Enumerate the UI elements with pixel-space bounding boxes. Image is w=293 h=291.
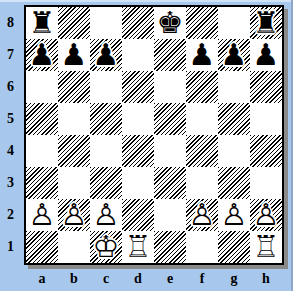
square-a8[interactable]: ♜ [26, 7, 58, 39]
file-label-b: b [58, 269, 90, 289]
square-g1[interactable] [218, 231, 250, 263]
square-c8[interactable] [90, 7, 122, 39]
square-f8[interactable] [186, 7, 218, 39]
white-rook-icon: ♜ [250, 231, 282, 263]
square-d4[interactable] [122, 135, 154, 167]
white-king-outline-icon: ♔ [90, 231, 122, 263]
square-h2[interactable]: ♟♙ [250, 199, 282, 231]
white-pawn-b2[interactable]: ♟♙ [58, 199, 90, 231]
square-h7[interactable]: ♟ [250, 39, 282, 71]
white-pawn-icon: ♟ [26, 199, 58, 231]
file-label-c: c [90, 269, 122, 289]
frame-right-shade [291, 0, 293, 291]
black-pawn-b7[interactable]: ♟ [58, 39, 90, 71]
square-h6[interactable] [250, 71, 282, 103]
square-g3[interactable] [218, 167, 250, 199]
square-e3[interactable] [154, 167, 186, 199]
square-h1[interactable]: ♜♖ [250, 231, 282, 263]
rank-label-6: 6 [0, 71, 21, 103]
black-pawn-icon: ♟ [218, 39, 250, 71]
square-e1[interactable] [154, 231, 186, 263]
square-a7[interactable]: ♟ [26, 39, 58, 71]
square-a4[interactable] [26, 135, 58, 167]
square-a6[interactable] [26, 71, 58, 103]
black-pawn-icon: ♟ [186, 39, 218, 71]
white-pawn-f2[interactable]: ♟♙ [186, 199, 218, 231]
black-rook-a8[interactable]: ♜ [26, 7, 58, 39]
file-label-e: e [154, 269, 186, 289]
square-e5[interactable] [154, 103, 186, 135]
white-rook-h1[interactable]: ♜♖ [250, 231, 282, 263]
white-pawn-c2[interactable]: ♟♙ [90, 199, 122, 231]
rank-label-8: 8 [0, 7, 21, 39]
white-pawn-g2[interactable]: ♟♙ [218, 199, 250, 231]
square-b1[interactable] [58, 231, 90, 263]
square-c7[interactable]: ♟ [90, 39, 122, 71]
rank-label-3: 3 [0, 167, 21, 199]
square-f3[interactable] [186, 167, 218, 199]
file-label-h: h [250, 269, 282, 289]
square-d1[interactable]: ♜♖ [122, 231, 154, 263]
square-h4[interactable] [250, 135, 282, 167]
black-king-icon: ♚ [154, 7, 186, 39]
square-b5[interactable] [58, 103, 90, 135]
square-d2[interactable] [122, 199, 154, 231]
square-h8[interactable]: ♜ [250, 7, 282, 39]
white-rook-outline-icon: ♖ [250, 231, 282, 263]
rank-label-7: 7 [0, 39, 21, 71]
square-d3[interactable] [122, 167, 154, 199]
white-king-icon: ♚ [90, 231, 122, 263]
file-label-g: g [218, 269, 250, 289]
black-pawn-icon: ♟ [26, 39, 58, 71]
square-c1[interactable]: ♚♔ [90, 231, 122, 263]
white-pawn-icon: ♟ [186, 199, 218, 231]
rank-label-4: 4 [0, 135, 21, 167]
square-h3[interactable] [250, 167, 282, 199]
white-rook-d1[interactable]: ♜♖ [122, 231, 154, 263]
white-pawn-a2[interactable]: ♟♙ [26, 199, 58, 231]
square-e4[interactable] [154, 135, 186, 167]
black-rook-icon: ♜ [250, 7, 282, 39]
square-c2[interactable]: ♟♙ [90, 199, 122, 231]
black-pawn-c7[interactable]: ♟ [90, 39, 122, 71]
rank-labels: 87654321 [0, 7, 21, 263]
black-rook-icon: ♜ [26, 7, 58, 39]
file-label-d: d [122, 269, 154, 289]
chess-board[interactable]: ♜♚♜♟♟♟♟♟♟♟♙♟♙♟♙♟♙♟♙♟♙♚♔♜♖♜♖ [24, 5, 284, 265]
square-g4[interactable] [218, 135, 250, 167]
black-pawn-a7[interactable]: ♟ [26, 39, 58, 71]
black-pawn-icon: ♟ [58, 39, 90, 71]
square-a2[interactable]: ♟♙ [26, 199, 58, 231]
square-f4[interactable] [186, 135, 218, 167]
square-g7[interactable]: ♟ [218, 39, 250, 71]
square-d7[interactable] [122, 39, 154, 71]
square-e6[interactable] [154, 71, 186, 103]
square-c3[interactable] [90, 167, 122, 199]
white-rook-icon: ♜ [122, 231, 154, 263]
square-g2[interactable]: ♟♙ [218, 199, 250, 231]
square-b3[interactable] [58, 167, 90, 199]
square-f7[interactable]: ♟ [186, 39, 218, 71]
square-b4[interactable] [58, 135, 90, 167]
black-pawn-icon: ♟ [90, 39, 122, 71]
square-c4[interactable] [90, 135, 122, 167]
white-pawn-outline-icon: ♙ [250, 199, 282, 231]
file-labels: abcdefgh [26, 269, 282, 289]
white-pawn-icon: ♟ [250, 199, 282, 231]
square-e2[interactable] [154, 199, 186, 231]
white-pawn-icon: ♟ [218, 199, 250, 231]
square-e8[interactable]: ♚ [154, 7, 186, 39]
white-pawn-outline-icon: ♙ [218, 199, 250, 231]
chess-diagram: 87654321 ♜♚♜♟♟♟♟♟♟♟♙♟♙♟♙♟♙♟♙♟♙♚♔♜♖♜♖ abc… [0, 0, 293, 291]
square-a1[interactable] [26, 231, 58, 263]
square-d8[interactable] [122, 7, 154, 39]
square-b7[interactable]: ♟ [58, 39, 90, 71]
square-f5[interactable] [186, 103, 218, 135]
black-rook-h8[interactable]: ♜ [250, 7, 282, 39]
file-label-a: a [26, 269, 58, 289]
white-pawn-icon: ♟ [58, 199, 90, 231]
square-a3[interactable] [26, 167, 58, 199]
square-b6[interactable] [58, 71, 90, 103]
square-d5[interactable] [122, 103, 154, 135]
frame-top-highlight [0, 0, 293, 2]
rank-label-5: 5 [0, 103, 21, 135]
square-h5[interactable] [250, 103, 282, 135]
square-g6[interactable] [218, 71, 250, 103]
square-f2[interactable]: ♟♙ [186, 199, 218, 231]
white-pawn-outline-icon: ♙ [26, 199, 58, 231]
rank-label-2: 2 [0, 199, 21, 231]
white-pawn-icon: ♟ [90, 199, 122, 231]
white-pawn-outline-icon: ♙ [186, 199, 218, 231]
square-f1[interactable] [186, 231, 218, 263]
square-a5[interactable] [26, 103, 58, 135]
square-d6[interactable] [122, 71, 154, 103]
white-pawn-outline-icon: ♙ [58, 199, 90, 231]
black-pawn-h7[interactable]: ♟ [250, 39, 282, 71]
rank-label-1: 1 [0, 231, 21, 263]
square-b2[interactable]: ♟♙ [58, 199, 90, 231]
black-pawn-f7[interactable]: ♟ [186, 39, 218, 71]
square-b8[interactable] [58, 7, 90, 39]
square-g8[interactable] [218, 7, 250, 39]
white-pawn-outline-icon: ♙ [90, 199, 122, 231]
square-e7[interactable] [154, 39, 186, 71]
square-g5[interactable] [218, 103, 250, 135]
square-f6[interactable] [186, 71, 218, 103]
square-c5[interactable] [90, 103, 122, 135]
white-king-c1[interactable]: ♚♔ [90, 231, 122, 263]
black-king-e8[interactable]: ♚ [154, 7, 186, 39]
square-c6[interactable] [90, 71, 122, 103]
white-rook-outline-icon: ♖ [122, 231, 154, 263]
white-pawn-h2[interactable]: ♟♙ [250, 199, 282, 231]
black-pawn-icon: ♟ [250, 39, 282, 71]
black-pawn-g7[interactable]: ♟ [218, 39, 250, 71]
file-label-f: f [186, 269, 218, 289]
